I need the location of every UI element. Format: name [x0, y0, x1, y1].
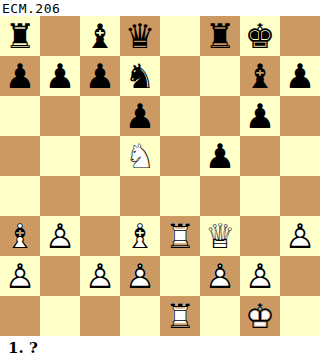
square-a4[interactable]	[0, 176, 40, 216]
white-pawn: ♟♙	[280, 216, 320, 256]
square-f5[interactable]: ♟	[200, 136, 240, 176]
white-pawn: ♟♙	[80, 256, 120, 296]
square-b3[interactable]: ♟♙	[40, 216, 80, 256]
white-rook: ♜♖	[160, 296, 200, 336]
white-king: ♚♔	[240, 296, 280, 336]
square-a1[interactable]	[0, 296, 40, 336]
square-e5[interactable]	[160, 136, 200, 176]
square-g7[interactable]: ♝	[240, 56, 280, 96]
black-pawn: ♟	[80, 56, 120, 96]
square-d4[interactable]	[120, 176, 160, 216]
square-f8[interactable]: ♜	[200, 16, 240, 56]
black-bishop: ♝	[80, 16, 120, 56]
square-b5[interactable]	[40, 136, 80, 176]
square-e1[interactable]: ♜♖	[160, 296, 200, 336]
square-e4[interactable]	[160, 176, 200, 216]
square-g3[interactable]	[240, 216, 280, 256]
square-g8[interactable]: ♚	[240, 16, 280, 56]
square-c8[interactable]: ♝	[80, 16, 120, 56]
square-d2[interactable]: ♟♙	[120, 256, 160, 296]
square-e6[interactable]	[160, 96, 200, 136]
black-pawn: ♟	[200, 136, 240, 176]
square-f3[interactable]: ♛♕	[200, 216, 240, 256]
square-f2[interactable]: ♟♙	[200, 256, 240, 296]
black-pawn: ♟	[40, 56, 80, 96]
square-c4[interactable]	[80, 176, 120, 216]
black-knight: ♞	[120, 56, 160, 96]
white-rook: ♜♖	[160, 216, 200, 256]
square-b4[interactable]	[40, 176, 80, 216]
square-f6[interactable]	[200, 96, 240, 136]
black-pawn: ♟	[240, 96, 280, 136]
square-c6[interactable]	[80, 96, 120, 136]
white-pawn: ♟♙	[40, 216, 80, 256]
square-e7[interactable]	[160, 56, 200, 96]
square-b2[interactable]	[40, 256, 80, 296]
square-c1[interactable]	[80, 296, 120, 336]
square-f4[interactable]	[200, 176, 240, 216]
square-g6[interactable]: ♟	[240, 96, 280, 136]
white-queen: ♛♕	[200, 216, 240, 256]
white-knight: ♞♘	[120, 136, 160, 176]
square-d7[interactable]: ♞	[120, 56, 160, 96]
square-h3[interactable]: ♟♙	[280, 216, 320, 256]
white-pawn: ♟♙	[200, 256, 240, 296]
square-e8[interactable]	[160, 16, 200, 56]
move-prompt: 1. ?	[0, 336, 320, 360]
square-b8[interactable]	[40, 16, 80, 56]
square-g2[interactable]: ♟♙	[240, 256, 280, 296]
chess-diagram-window: ECM.206 ♜♝♛♜♚♟♟♟♞♝♟♟♟♞♘♟♝♗♟♙♝♗♜♖♛♕♟♙♟♙♟♙…	[0, 0, 320, 360]
square-c2[interactable]: ♟♙	[80, 256, 120, 296]
square-h5[interactable]	[280, 136, 320, 176]
square-g5[interactable]	[240, 136, 280, 176]
square-f1[interactable]	[200, 296, 240, 336]
black-rook: ♜	[0, 16, 40, 56]
square-d1[interactable]	[120, 296, 160, 336]
black-rook: ♜	[200, 16, 240, 56]
square-a2[interactable]: ♟♙	[0, 256, 40, 296]
puzzle-title: ECM.206	[0, 0, 320, 16]
black-bishop: ♝	[240, 56, 280, 96]
square-c5[interactable]	[80, 136, 120, 176]
black-king: ♚	[240, 16, 280, 56]
square-g4[interactable]	[240, 176, 280, 216]
square-h1[interactable]	[280, 296, 320, 336]
white-pawn: ♟♙	[120, 256, 160, 296]
white-pawn: ♟♙	[240, 256, 280, 296]
black-pawn: ♟	[0, 56, 40, 96]
square-a8[interactable]: ♜	[0, 16, 40, 56]
chess-board: ♜♝♛♜♚♟♟♟♞♝♟♟♟♞♘♟♝♗♟♙♝♗♜♖♛♕♟♙♟♙♟♙♟♙♟♙♟♙♜♖…	[0, 16, 320, 336]
square-d8[interactable]: ♛	[120, 16, 160, 56]
square-b1[interactable]	[40, 296, 80, 336]
square-a6[interactable]	[0, 96, 40, 136]
square-h6[interactable]	[280, 96, 320, 136]
square-c7[interactable]: ♟	[80, 56, 120, 96]
square-h8[interactable]	[280, 16, 320, 56]
square-c3[interactable]	[80, 216, 120, 256]
square-h4[interactable]	[280, 176, 320, 216]
square-g1[interactable]: ♚♔	[240, 296, 280, 336]
square-d6[interactable]: ♟	[120, 96, 160, 136]
square-a3[interactable]: ♝♗	[0, 216, 40, 256]
square-e3[interactable]: ♜♖	[160, 216, 200, 256]
white-pawn: ♟♙	[0, 256, 40, 296]
square-h7[interactable]: ♟	[280, 56, 320, 96]
square-a7[interactable]: ♟	[0, 56, 40, 96]
white-bishop: ♝♗	[120, 216, 160, 256]
white-bishop: ♝♗	[0, 216, 40, 256]
black-queen: ♛	[120, 16, 160, 56]
square-d3[interactable]: ♝♗	[120, 216, 160, 256]
square-f7[interactable]	[200, 56, 240, 96]
square-a5[interactable]	[0, 136, 40, 176]
square-d5[interactable]: ♞♘	[120, 136, 160, 176]
square-h2[interactable]	[280, 256, 320, 296]
square-b7[interactable]: ♟	[40, 56, 80, 96]
square-b6[interactable]	[40, 96, 80, 136]
black-pawn: ♟	[280, 56, 320, 96]
square-e2[interactable]	[160, 256, 200, 296]
black-pawn: ♟	[120, 96, 160, 136]
